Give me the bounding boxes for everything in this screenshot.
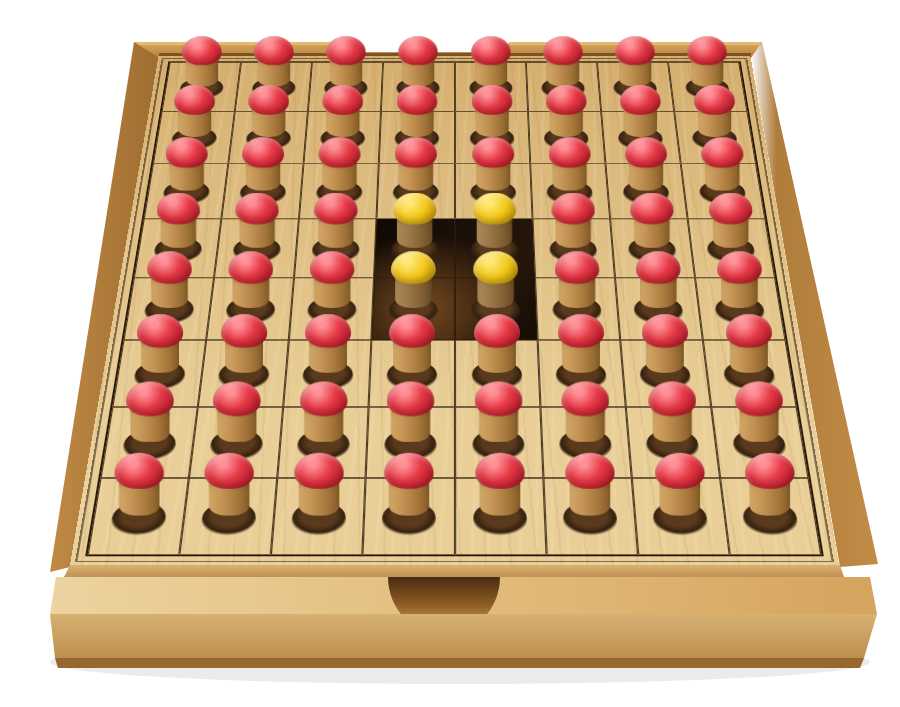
box-front-layer [0, 0, 900, 707]
product-photo-stage [0, 0, 900, 707]
board-front-edge [64, 565, 844, 577]
box-front-face [50, 614, 877, 658]
box-front-bottom-edge [55, 658, 864, 668]
